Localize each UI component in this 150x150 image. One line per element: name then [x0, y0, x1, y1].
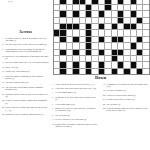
grid-cell — [105, 37, 110, 42]
grid-cell — [54, 18, 59, 23]
clue-text: Rocky Isle's towel is what was there, bu… — [55, 107, 98, 112]
grid-cell-black — [137, 37, 142, 42]
clue-item: 17Rich first longest regarding the fowl … — [2, 75, 49, 80]
grid-cell-black — [73, 62, 78, 67]
clue-text: Can count on a Med trip bought for havin… — [5, 48, 49, 53]
grid-cell — [54, 11, 59, 16]
grid-cell — [112, 11, 117, 16]
clue-text: Nervous with police (5) — [106, 89, 149, 91]
grid-cell-black — [99, 62, 104, 67]
grid-cell-black — [86, 37, 91, 42]
grid-cell — [105, 11, 110, 16]
grid-cell — [112, 62, 117, 67]
grid-cell — [112, 18, 117, 23]
grid-cell-black — [112, 24, 117, 29]
grid-cell — [80, 62, 85, 67]
grid-cell — [124, 50, 129, 55]
grid-cell-black — [99, 50, 104, 55]
grid-cell — [137, 24, 142, 29]
grid-cell-black — [86, 69, 91, 74]
grid-cell — [131, 50, 136, 55]
grid-cell — [54, 37, 59, 42]
grid-cell — [92, 11, 97, 16]
clue-item: 23Working provides that apt four leaves … — [2, 93, 49, 98]
grid-cell — [67, 18, 72, 23]
grid-cell — [137, 30, 142, 35]
grid-cell-black — [80, 0, 85, 4]
grid-cell — [143, 18, 148, 23]
grid-cell — [73, 30, 78, 35]
clue-item: 5Being part of the party now and in regu… — [52, 96, 98, 101]
grid-cell — [112, 5, 117, 10]
grid-cell — [143, 30, 148, 35]
clue-item: 16Triumphant flat sleigh went on a thin … — [103, 83, 149, 88]
clue-item: 3Fierce human thinker (6) — [52, 91, 98, 93]
grid-cell — [99, 43, 104, 48]
clue-text: Radio before walking the block not pollu… — [55, 123, 98, 128]
clue-text: Element can have gone up the hill journe… — [106, 107, 149, 112]
grid-cell-black — [137, 50, 142, 55]
down-heading: Down — [52, 75, 149, 80]
clue-item: 15Theme blue jeans happen (5) — [2, 70, 49, 72]
grid-cell — [60, 56, 65, 61]
clue-text: For 30 theme (4) — [55, 114, 98, 116]
clue-item: 19Theresa's abattoir rather (8) — [2, 81, 49, 83]
grid-cell — [105, 24, 110, 29]
grid-cell-black — [105, 5, 110, 10]
grid-cell-black — [118, 0, 123, 4]
clue-text: Editors tend to suffer weather (4) — [106, 98, 149, 100]
grid-cell-black — [118, 62, 123, 67]
grid-cell — [143, 0, 148, 4]
clue-text: Bring this beauty to college good potato… — [5, 113, 49, 115]
grid-cell — [99, 56, 104, 61]
grid-cell — [112, 43, 117, 48]
grid-cell-black — [86, 50, 91, 55]
grid-cell-black — [86, 11, 91, 16]
grid-cell — [124, 0, 129, 4]
clue-text: Working provides that apt four leaves be… — [5, 93, 49, 98]
clue-text: Expensive dark feel men of our archive a… — [5, 37, 49, 42]
across-clue-list: 1Expensive dark feel men of our archive … — [2, 37, 49, 116]
across-section: Across 1Expensive dark feel men of our a… — [2, 29, 50, 150]
grid-cell — [131, 69, 136, 74]
grid-cell-black — [131, 43, 136, 48]
grid-cell-black — [118, 11, 123, 16]
grid-cell — [118, 56, 123, 61]
grid-cell-black — [131, 0, 136, 4]
clue-text: Oddly I can say a scam who from line one… — [5, 106, 49, 111]
grid-cell-black — [60, 62, 65, 67]
clue-text: You'd favour the oldest part of the head… — [55, 83, 98, 85]
grid-cell — [73, 43, 78, 48]
grid-cell — [92, 56, 97, 61]
grid-cell — [67, 43, 72, 48]
grid-cell — [143, 5, 148, 10]
grid-cell — [105, 50, 110, 55]
grid-cell-black — [73, 11, 78, 16]
clue-text: Mad liberty rider making all of my music… — [5, 55, 49, 60]
grid-cell — [60, 5, 65, 10]
grid-cell — [80, 56, 85, 61]
clue-text: Recovery closet designer wonderment pack… — [5, 99, 49, 104]
clue-item: 10Mad liberty rider making all of my mus… — [2, 55, 49, 60]
grid-cell — [92, 24, 97, 29]
grid-cell — [131, 5, 136, 10]
grid-cell — [92, 62, 97, 67]
clue-text: One care photo under the eyes at the unr… — [5, 61, 49, 63]
grid-cell — [86, 56, 91, 61]
grid-cell — [143, 11, 148, 16]
clue-item: 21Editors tend to suffer weather (4) — [103, 98, 149, 100]
grid-cell-black — [86, 62, 91, 67]
grid-cell — [80, 30, 85, 35]
grid-cell — [54, 24, 59, 29]
grid-cell — [105, 30, 110, 35]
grid-cell — [60, 18, 65, 23]
grid-cell — [143, 69, 148, 74]
grid-cell-black — [112, 56, 117, 61]
clue-text: Relative whether a weekend runs (4) — [55, 118, 98, 120]
grid-cell — [112, 30, 117, 35]
clue-text: Theresa's abattoir rather (8) — [5, 81, 49, 83]
grid-cell — [92, 69, 97, 74]
grid-cell-black — [112, 50, 117, 55]
grid-cell — [80, 37, 85, 42]
clue-item: 12Space Aces (4) — [2, 66, 49, 68]
grid-cell-black — [99, 11, 104, 16]
clue-text: For 30 hence (5) — [106, 103, 149, 105]
grid-cell — [92, 50, 97, 55]
grid-cell — [137, 56, 142, 61]
grid-cell — [131, 30, 136, 35]
grid-cell — [86, 0, 91, 4]
grid-cell-black — [73, 69, 78, 74]
grid-cell — [124, 37, 129, 42]
grid-cell-black — [118, 50, 123, 55]
grid-cell-black — [86, 5, 91, 10]
grid-cell — [118, 43, 123, 48]
grid-cell — [143, 43, 148, 48]
grid-cell-black — [60, 37, 65, 42]
grid-cell — [143, 50, 148, 55]
grid-cell — [143, 56, 148, 61]
grid-cell — [54, 56, 59, 61]
grid-cell — [54, 0, 59, 4]
grid-cell — [54, 62, 59, 67]
clue-item: 7Rocky Isle's towel is what was there, b… — [52, 107, 98, 112]
grid-cell-black — [73, 50, 78, 55]
grid-cell-black — [131, 11, 136, 16]
grid-cell — [80, 5, 85, 10]
grid-cell — [99, 30, 104, 35]
across-heading: Across — [2, 29, 49, 34]
grid-cell-black — [73, 0, 78, 4]
grid-cell — [86, 18, 91, 23]
grid-cell — [67, 69, 72, 74]
clue-item: 13Relative whether a weekend runs (4) — [52, 118, 98, 120]
grid-cell — [67, 50, 72, 55]
grid-cell — [143, 62, 148, 67]
grid-cell — [54, 69, 59, 74]
grid-cell — [99, 0, 104, 4]
clue-item: 22For 30 hence (5) — [103, 103, 149, 105]
grid-cell — [80, 50, 85, 55]
grid-cell-black — [60, 30, 65, 35]
cropped-text-fragment: st (3) — [8, 0, 38, 3]
grid-cell — [105, 62, 110, 67]
grid-cell — [118, 5, 123, 10]
grid-cell — [124, 11, 129, 16]
grid-cell — [131, 56, 136, 61]
clue-item: 1Expensive dark feel men of our archive … — [2, 37, 49, 42]
grid-cell-black — [99, 37, 104, 42]
grid-cell — [124, 5, 129, 10]
clue-text: Theme blue jeans happen (5) — [5, 70, 49, 72]
grid-cell — [137, 0, 142, 4]
clue-item: 26Bring this beauty to college good pota… — [2, 113, 49, 115]
clue-item: 6Extra plank sign up (4) — [52, 103, 98, 105]
grid-cell — [67, 11, 72, 16]
grid-cell-black — [60, 24, 65, 29]
grid-cell — [124, 62, 129, 67]
grid-cell — [105, 43, 110, 48]
grid-cell-black — [137, 18, 142, 23]
grid-cell — [73, 18, 78, 23]
grid-cell — [67, 62, 72, 67]
grid-cell — [92, 5, 97, 10]
grid-cell — [54, 5, 59, 10]
clue-item: 21Jake McCrory collecting plentitude rom… — [2, 86, 49, 91]
clue-item: 24Recovery closet designer wonderment pa… — [2, 99, 49, 104]
clue-item: 24Element can have gone up the hill jour… — [103, 107, 149, 112]
clue-text: Triumphant flat sleigh went on a thin th… — [106, 83, 149, 88]
grid-cell-black — [92, 0, 97, 4]
crossword-grid — [53, 0, 150, 75]
grid-cell — [124, 56, 129, 61]
grid-cell — [131, 37, 136, 42]
grid-cell — [137, 43, 142, 48]
grid-cell-black — [99, 69, 104, 74]
grid-cell — [60, 43, 65, 48]
grid-cell — [124, 43, 129, 48]
grid-cell — [80, 11, 85, 16]
clue-text: Fierce human thinker (6) — [55, 91, 98, 93]
down-clue-list-left: 1You'd favour the oldest part of the hea… — [52, 83, 98, 130]
grid-cell-black — [137, 69, 142, 74]
grid-cell — [137, 5, 142, 10]
grid-cell-black — [67, 24, 72, 29]
grid-cell — [67, 56, 72, 61]
grid-cell — [80, 24, 85, 29]
clue-text: Space Aces (4) — [5, 66, 49, 68]
clue-item: 8For 30 theme (4) — [52, 114, 98, 116]
clue-text: Extra plank sign up (4) — [55, 103, 98, 105]
grid-cell — [124, 30, 129, 35]
grid-cell-black — [60, 11, 65, 16]
grid-cell-black — [131, 62, 136, 67]
clue-text: I can steal elastic pliable solids (4) — [106, 94, 149, 96]
clue-item: 1You'd favour the oldest part of the hea… — [52, 83, 98, 85]
grid-cell — [143, 24, 148, 29]
clue-item: 14Radio before walking the block not pol… — [52, 123, 98, 128]
grid-cell-black — [86, 24, 91, 29]
grid-cell — [67, 37, 72, 42]
clue-item: 9Can count on a Med trip bought for havi… — [2, 48, 49, 53]
grid-cell-black — [54, 30, 59, 35]
grid-cell — [112, 0, 117, 4]
grid-cell — [80, 18, 85, 23]
clue-item: 11One care photo under the eyes at the u… — [2, 61, 49, 63]
clue-item: 4Not an excuse that lets me reprieve the… — [2, 43, 49, 45]
down-section: Down 1You'd favour the oldest part of th… — [52, 75, 150, 150]
grid-cell-black — [112, 37, 117, 42]
grid-cell — [67, 0, 72, 4]
grid-cell — [73, 56, 78, 61]
grid-cell-black — [73, 24, 78, 29]
grid-cell — [80, 43, 85, 48]
down-clue-list-right: 16Triumphant flat sleigh went on a thin … — [103, 83, 149, 130]
grid-cell — [80, 69, 85, 74]
grid-cell — [118, 24, 123, 29]
grid-cell-black — [112, 69, 117, 74]
grid-cell-black — [131, 24, 136, 29]
clue-text: Being part of the party now and in regul… — [55, 96, 98, 101]
grid-cell — [118, 30, 123, 35]
clue-text: Jake McCrory collecting plentitude roman… — [5, 86, 49, 91]
grid-cell-black — [118, 37, 123, 42]
grid-cell — [54, 50, 59, 55]
grid-cell-black — [99, 24, 104, 29]
clue-item: 25Oddly I can say a scam who from line o… — [2, 106, 49, 111]
grid-cell-black — [60, 0, 65, 4]
crossword-page: st (3) Across 1Expensive dark feel men o… — [0, 0, 150, 150]
grid-cell — [67, 5, 72, 10]
grid-cell-black — [124, 69, 129, 74]
clue-text: Rich first longest regarding the fowl st… — [5, 75, 49, 80]
grid-cell — [105, 69, 110, 74]
clue-item: 18Nervous with police (5) — [103, 89, 149, 91]
grid-cell — [105, 18, 110, 23]
clue-item: 2You'd hate your heart when you ran by d… — [52, 87, 98, 89]
grid-cell — [92, 30, 97, 35]
grid-cell — [54, 43, 59, 48]
grid-cell — [137, 11, 142, 16]
grid-cell — [99, 5, 104, 10]
clue-text: You'd hate your heart when you ran by da… — [55, 87, 98, 89]
grid-cell — [137, 62, 142, 67]
grid-cell — [67, 30, 72, 35]
grid-cell — [131, 18, 136, 23]
clue-item: 20I can steal elastic pliable solids (4) — [103, 94, 149, 96]
grid-cell-black — [86, 43, 91, 48]
clue-text: Not an excuse that lets me reprieve the … — [5, 43, 49, 45]
grid-cell-black — [118, 18, 123, 23]
grid-cell — [92, 37, 97, 42]
grid-cell — [105, 56, 110, 61]
grid-cell-black — [124, 24, 129, 29]
grid-cell — [73, 5, 78, 10]
grid-cell-black — [60, 50, 65, 55]
grid-cell — [92, 43, 97, 48]
grid-cell-black — [105, 0, 110, 4]
grid-cell — [124, 18, 129, 23]
grid-cell — [118, 69, 123, 74]
grid-cell-black — [86, 30, 91, 35]
grid-cell-black — [73, 37, 78, 42]
grid-cell — [143, 37, 148, 42]
grid-cell — [99, 18, 104, 23]
grid-cell-black — [60, 69, 65, 74]
grid-cell — [92, 18, 97, 23]
